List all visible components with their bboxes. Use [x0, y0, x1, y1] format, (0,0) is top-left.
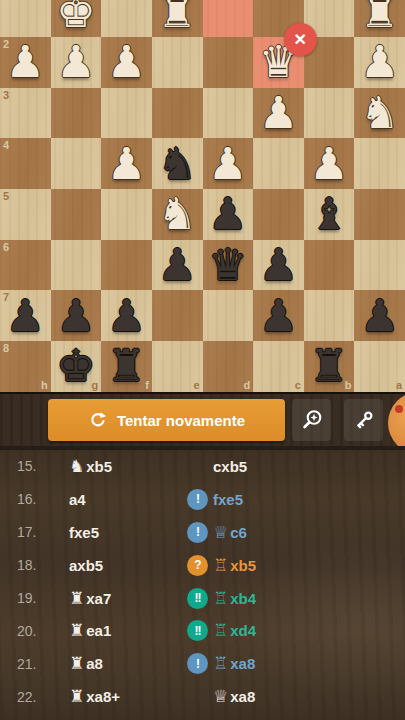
white-move: ♞xb5	[69, 458, 187, 475]
square-f8[interactable]: f♜	[101, 341, 152, 392]
move-number: 15.	[17, 458, 69, 474]
move-number: 19.	[17, 590, 69, 606]
analysis-button[interactable]	[292, 399, 331, 441]
retry-icon	[88, 410, 108, 430]
square-h5[interactable]: 5	[0, 189, 51, 240]
move-text: cxb5	[213, 458, 247, 475]
move-text: xa8	[230, 655, 255, 672]
black-move: ♕xa8	[187, 688, 255, 705]
move-text: xa8+	[86, 688, 120, 705]
solution-key-button[interactable]	[344, 399, 383, 441]
black-move: !!♖xb4	[187, 588, 256, 609]
black-move: ?♖xb5	[187, 555, 256, 576]
white-move: ♜xa7	[69, 590, 187, 607]
square-d3[interactable]	[203, 88, 254, 139]
black-bishop: ♝	[304, 189, 355, 240]
square-d5[interactable]: ♟	[203, 189, 254, 240]
square-a4[interactable]	[354, 138, 405, 189]
white-rook: ♜	[354, 0, 405, 37]
black-pawn: ♟	[354, 290, 405, 341]
move-text: fxe5	[213, 491, 243, 508]
square-e6[interactable]: ♟	[152, 240, 203, 291]
white-pawn: ♟	[51, 37, 102, 88]
square-c2[interactable]: ♛✕	[253, 37, 304, 88]
white-move: ♜xa8+	[69, 688, 187, 705]
coach-blob-dot	[395, 405, 403, 413]
square-e2[interactable]	[152, 37, 203, 88]
square-c6[interactable]: ♟	[253, 240, 304, 291]
square-f5[interactable]	[101, 189, 152, 240]
square-a5[interactable]	[354, 189, 405, 240]
square-e8[interactable]: e	[152, 341, 203, 392]
black-pawn: ♟	[101, 290, 152, 341]
square-f3[interactable]	[101, 88, 152, 139]
move-list: 15.♞xb5cxb516.a4!fxe517.fxe5!♕c618.axb5?…	[0, 446, 405, 720]
black-knight: ♞	[152, 138, 203, 189]
square-b5[interactable]: ♝	[304, 189, 355, 240]
square-d2[interactable]	[203, 37, 254, 88]
move-text: a4	[69, 491, 86, 508]
square-b8[interactable]: b♜	[304, 341, 355, 392]
white-rook: ♜	[152, 0, 203, 37]
move-row-21[interactable]: 21.♜a8!♖xa8	[0, 647, 405, 680]
white-king: ♚	[51, 0, 102, 37]
square-a2[interactable]: ♟	[354, 37, 405, 88]
square-b4[interactable]: ♟	[304, 138, 355, 189]
retry-button-label: Tentar novamente	[117, 412, 245, 429]
white-pawn: ♟	[101, 138, 152, 189]
move-number: 22.	[17, 689, 69, 705]
square-h2[interactable]: 2♟	[0, 37, 51, 88]
move-text: ea1	[86, 622, 111, 639]
black-queen: ♛	[203, 240, 254, 291]
move-row-20[interactable]: 20.♜ea1!!♖xd4	[0, 614, 405, 647]
white-move: fxe5	[69, 524, 187, 541]
white-rook-icon: ♜	[69, 622, 84, 639]
white-rook-icon: ♜	[69, 688, 84, 705]
square-d1[interactable]	[203, 0, 254, 37]
file-label-c: c	[295, 379, 301, 391]
move-row-15[interactable]: 15.♞xb5cxb5	[0, 450, 405, 483]
square-c5[interactable]	[253, 189, 304, 240]
square-a8[interactable]: a	[354, 341, 405, 392]
move-number: 16.	[17, 491, 69, 507]
square-h7[interactable]: 7♟	[0, 290, 51, 341]
square-b3[interactable]	[304, 88, 355, 139]
move-text: fxe5	[69, 524, 99, 541]
white-pawn: ♟	[101, 37, 152, 88]
move-text: xa7	[86, 590, 111, 607]
move-text: axb5	[69, 557, 103, 574]
rank-label-6: 6	[3, 241, 9, 253]
black-pawn: ♟	[152, 240, 203, 291]
file-label-h: h	[41, 379, 48, 391]
black-move: cxb5	[187, 458, 247, 475]
square-d6[interactable]: ♛	[203, 240, 254, 291]
white-knight-icon: ♞	[69, 458, 84, 475]
black-pawn: ♟	[253, 290, 304, 341]
white-move: ♜a8	[69, 655, 187, 672]
white-move: a4	[69, 491, 187, 508]
file-label-e: e	[193, 379, 199, 391]
square-g1[interactable]: ♚	[51, 0, 102, 37]
move-classification-badge: !	[187, 489, 208, 510]
square-e4[interactable]: ♞	[152, 138, 203, 189]
move-classification-badge: ?	[187, 555, 208, 576]
move-row-16[interactable]: 16.a4!fxe5	[0, 483, 405, 516]
square-f6[interactable]	[101, 240, 152, 291]
file-label-b: b	[345, 379, 352, 391]
move-text: xb5	[86, 458, 112, 475]
file-label-d: d	[243, 379, 250, 391]
rank-label-7: 7	[3, 291, 9, 303]
white-move: ♜ea1	[69, 622, 187, 639]
square-d7[interactable]	[203, 290, 254, 341]
square-c3[interactable]: ♟	[253, 88, 304, 139]
square-g3[interactable]	[51, 88, 102, 139]
file-label-a: a	[396, 379, 402, 391]
white-move: axb5	[69, 557, 187, 574]
square-g5[interactable]	[51, 189, 102, 240]
move-text: xd4	[230, 622, 256, 639]
file-label-g: g	[92, 379, 99, 391]
square-h1[interactable]: 1	[0, 0, 51, 37]
move-row-19[interactable]: 19.♜xa7!!♖xb4	[0, 582, 405, 615]
square-b6[interactable]	[304, 240, 355, 291]
board-viewport: 1♚♜♜2♟♟♟♛✕♟3♟♞4♟♞♟♟5♞♟♝6♟♛♟7♟♟♟♟♟8hg♚f♜e…	[0, 0, 405, 392]
square-c4[interactable]	[253, 138, 304, 189]
square-h4[interactable]: 4	[0, 138, 51, 189]
black-pawn: ♟	[203, 189, 254, 240]
move-classification-badge: !!	[187, 588, 208, 609]
retry-button[interactable]: Tentar novamente	[48, 399, 285, 441]
move-classification-badge: !	[187, 653, 208, 674]
square-e5[interactable]: ♞	[152, 189, 203, 240]
square-h3[interactable]: 3	[0, 88, 51, 139]
move-number: 17.	[17, 524, 69, 540]
white-pawn: ♟	[253, 88, 304, 139]
square-d4[interactable]: ♟	[203, 138, 254, 189]
rank-label-8: 8	[3, 342, 9, 354]
square-g8[interactable]: g♚	[51, 341, 102, 392]
black-rook-icon: ♖	[213, 590, 228, 607]
black-queen-icon: ♕	[213, 524, 228, 541]
square-f4[interactable]: ♟	[101, 138, 152, 189]
move-row-23[interactable]: 23.cxd4♕a1+	[0, 713, 405, 720]
rank-label-5: 5	[3, 190, 9, 202]
white-pawn: ♟	[304, 138, 355, 189]
square-a1[interactable]: ♜	[354, 0, 405, 37]
square-c8[interactable]: c	[253, 341, 304, 392]
move-classification-badge: !	[187, 522, 208, 543]
wrong-move-icon: ✕	[284, 23, 317, 56]
black-move: !♕c6	[187, 522, 247, 543]
move-text: xa8	[230, 688, 255, 705]
action-bar: Tentar novamente	[0, 392, 405, 446]
move-text: xb4	[230, 590, 256, 607]
black-rook-icon: ♖	[213, 557, 228, 574]
square-b7[interactable]	[304, 290, 355, 341]
square-a3[interactable]: ♞	[354, 88, 405, 139]
white-rook-icon: ♜	[69, 655, 84, 672]
square-e3[interactable]	[152, 88, 203, 139]
black-queen-icon: ♕	[213, 688, 228, 705]
white-pawn: ♟	[203, 138, 254, 189]
move-row-17[interactable]: 17.fxe5!♕c6	[0, 516, 405, 549]
black-rook-icon: ♖	[213, 655, 228, 672]
white-knight: ♞	[152, 189, 203, 240]
black-rook-icon: ♖	[213, 622, 228, 639]
key-icon	[352, 408, 376, 432]
square-c7[interactable]: ♟	[253, 290, 304, 341]
move-text: a8	[86, 655, 103, 672]
square-d8[interactable]: d	[203, 341, 254, 392]
move-text: c6	[230, 524, 247, 541]
black-move: !!♖xd4	[187, 620, 256, 641]
move-number: 21.	[17, 656, 69, 672]
square-g4[interactable]	[51, 138, 102, 189]
square-f1[interactable]	[101, 0, 152, 37]
chess-board: 1♚♜♜2♟♟♟♛✕♟3♟♞4♟♞♟♟5♞♟♝6♟♛♟7♟♟♟♟♟8hg♚f♜e…	[0, 0, 405, 392]
black-pawn: ♟	[51, 290, 102, 341]
square-f7[interactable]: ♟	[101, 290, 152, 341]
black-move: !fxe5	[187, 489, 243, 510]
move-classification-badge: !!	[187, 620, 208, 641]
magnifier-star-icon	[300, 408, 324, 432]
move-row-22[interactable]: 22.♜xa8+♕xa8	[0, 680, 405, 713]
square-h6[interactable]: 6	[0, 240, 51, 291]
square-g7[interactable]: ♟	[51, 290, 102, 341]
square-h8[interactable]: 8h	[0, 341, 51, 392]
move-text: xb5	[230, 557, 256, 574]
square-e1[interactable]: ♜	[152, 0, 203, 37]
file-label-f: f	[145, 379, 149, 391]
square-e7[interactable]	[152, 290, 203, 341]
square-g6[interactable]	[51, 240, 102, 291]
move-number: 20.	[17, 623, 69, 639]
rank-label-2: 2	[3, 38, 9, 50]
white-rook-icon: ♜	[69, 590, 84, 607]
square-a7[interactable]: ♟	[354, 290, 405, 341]
puzzle-screen: 1♚♜♜2♟♟♟♛✕♟3♟♞4♟♞♟♟5♞♟♝6♟♛♟7♟♟♟♟♟8hg♚f♜e…	[0, 0, 405, 720]
square-f2[interactable]: ♟	[101, 37, 152, 88]
square-g2[interactable]: ♟	[51, 37, 102, 88]
move-row-18[interactable]: 18.axb5?♖xb5	[0, 549, 405, 582]
coach-blob	[388, 392, 405, 446]
white-knight: ♞	[354, 88, 405, 139]
black-move: !♖xa8	[187, 653, 255, 674]
black-pawn: ♟	[253, 240, 304, 291]
square-a6[interactable]	[354, 240, 405, 291]
rank-label-3: 3	[3, 89, 9, 101]
move-number: 18.	[17, 557, 69, 573]
rank-label-4: 4	[3, 139, 9, 151]
white-pawn: ♟	[354, 37, 405, 88]
